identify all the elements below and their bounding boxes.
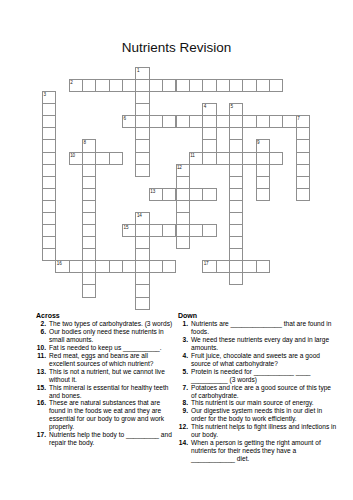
grid-cell[interactable]: 6 xyxy=(122,115,136,128)
grid-cell[interactable] xyxy=(269,115,283,128)
clue-number: 9. xyxy=(178,407,188,415)
grid-cell[interactable] xyxy=(216,260,230,273)
grid-cell[interactable] xyxy=(42,248,56,261)
down-clue-list: 1.Nutrients are ______________ that are … xyxy=(178,320,338,462)
clue-number: 4. xyxy=(178,352,188,360)
cell-number: 13 xyxy=(150,189,155,194)
grid-cell[interactable] xyxy=(176,115,190,128)
clue-item: 10.Fat is needed to keep us __________. xyxy=(36,344,174,352)
across-clues: Across 2.The two types of carbohydrates.… xyxy=(36,312,174,447)
clue-text: We need these nutrients every day and in… xyxy=(188,336,338,352)
grid-cell[interactable] xyxy=(69,260,83,273)
grid-cell[interactable] xyxy=(122,79,136,92)
clue-text: Nutrients are ______________ that are fo… xyxy=(188,320,338,336)
clue-item: 11.Red meat, eggs and beans are all exce… xyxy=(36,352,174,368)
grid-cell[interactable]: 11 xyxy=(189,152,203,165)
page-title: Nutrients Revision xyxy=(0,40,353,55)
clue-number: 15. xyxy=(36,384,46,392)
clue-text: These are natural substances that are fo… xyxy=(46,399,174,431)
grid-cell[interactable] xyxy=(95,79,109,92)
grid-cell[interactable] xyxy=(216,79,230,92)
grid-cell[interactable] xyxy=(109,152,123,165)
grid-cell[interactable] xyxy=(189,224,203,237)
clue-item: 5.Protein is needed for ___________ ____… xyxy=(178,368,338,384)
grid-cell[interactable] xyxy=(95,260,109,273)
grid-cell[interactable] xyxy=(162,260,176,273)
clue-text: This nutrient is our main source of ener… xyxy=(188,399,314,407)
grid-cell[interactable] xyxy=(242,152,256,165)
clue-number: 8. xyxy=(178,399,188,407)
clue-item: 12.This nutrient helps to fight illness … xyxy=(178,423,338,439)
grid-cell[interactable] xyxy=(162,224,176,237)
clue-text: Nutrients help the body to _________ and… xyxy=(46,431,174,447)
clue-text: When a person is getting the right amoun… xyxy=(188,439,338,463)
grid-cell[interactable] xyxy=(162,188,176,201)
grid-cell[interactable] xyxy=(162,115,176,128)
grid-cell[interactable] xyxy=(82,284,96,297)
clue-number: 17. xyxy=(36,431,46,439)
clue-text: Fat is needed to keep us __________. xyxy=(46,344,162,352)
grid-cell[interactable]: 10 xyxy=(69,152,83,165)
across-clue-list: 2.The two types of carbohydrates. (3 wor… xyxy=(36,320,174,447)
clue-number: 7. xyxy=(178,384,188,392)
down-header: Down xyxy=(178,312,338,320)
grid-cell[interactable] xyxy=(256,188,270,201)
grid-cell[interactable] xyxy=(122,260,136,273)
clue-item: 9.Our digestive system needs this in our… xyxy=(178,407,338,423)
clue-number: 14. xyxy=(178,439,188,447)
clue-item: 6.Our bodies only need these nutrients i… xyxy=(36,328,174,344)
cell-number: 3 xyxy=(44,92,46,97)
grid-cell[interactable] xyxy=(135,297,149,310)
grid-cell[interactable] xyxy=(189,188,203,201)
clue-text: The two types of carbohydrates. (3 words… xyxy=(46,320,172,328)
grid-cell[interactable] xyxy=(242,79,256,92)
crossword-page: { "game": "crossword", "title": "Nutrien… xyxy=(0,0,353,500)
cell-number: 6 xyxy=(124,116,126,121)
grid-cell[interactable] xyxy=(202,79,216,92)
cell-number: 2 xyxy=(70,80,72,85)
cell-number: 4 xyxy=(204,104,206,109)
grid-cell[interactable] xyxy=(282,115,296,128)
clue-item: 8.This nutrient is our main source of en… xyxy=(178,399,338,407)
grid-cell[interactable]: 15 xyxy=(122,224,136,237)
grid-cell[interactable] xyxy=(242,115,256,128)
grid-cell[interactable] xyxy=(202,224,216,237)
grid-cell[interactable] xyxy=(149,79,163,92)
clue-text: Potatoes and rice are a good source of t… xyxy=(188,384,338,400)
clue-number: 5. xyxy=(178,368,188,376)
clue-text: Fruit juice, chocolate and sweets are a … xyxy=(188,352,338,368)
grid-cell[interactable] xyxy=(202,152,216,165)
clue-item: 13.This is not a nutrient, but we cannot… xyxy=(36,368,174,384)
clue-text: This nutrient helps to fight illness and… xyxy=(188,423,338,439)
down-clues: Down 1.Nutrients are ______________ that… xyxy=(178,312,338,463)
grid-cell[interactable] xyxy=(229,272,243,285)
cell-number: 9 xyxy=(257,140,259,145)
cell-number: 11 xyxy=(190,153,194,158)
clue-number: 13. xyxy=(36,368,46,376)
grid-cell[interactable] xyxy=(256,115,270,128)
cell-number: 10 xyxy=(70,153,75,158)
grid-cell[interactable] xyxy=(216,115,230,128)
cell-number: 8 xyxy=(84,140,86,145)
clue-text: This mineral is essential for healthy te… xyxy=(46,384,174,400)
grid-cell[interactable] xyxy=(82,79,96,92)
cell-number: 16 xyxy=(57,261,62,266)
clue-number: 10. xyxy=(36,344,46,352)
grid-cell[interactable] xyxy=(216,152,230,165)
grid-cell[interactable] xyxy=(162,79,176,92)
grid-cell[interactable] xyxy=(109,260,123,273)
grid-cell[interactable] xyxy=(242,260,256,273)
grid-cell[interactable]: 2 xyxy=(69,79,83,92)
clue-number: 1. xyxy=(178,320,188,328)
cell-number: 1 xyxy=(137,68,139,73)
cell-number: 17 xyxy=(204,261,209,266)
clue-item: 3.We need these nutrients every day and … xyxy=(178,336,338,352)
grid-cell[interactable] xyxy=(109,79,123,92)
clue-item: 7.Potatoes and rice are a good source of… xyxy=(178,384,338,400)
grid-cell[interactable] xyxy=(149,115,163,128)
grid-cell[interactable] xyxy=(95,152,109,165)
clue-text: Our digestive system needs this in our d… xyxy=(188,407,338,423)
clue-item: 14.When a person is getting the right am… xyxy=(178,439,338,463)
cell-number: 12 xyxy=(177,165,182,170)
cell-number: 5 xyxy=(230,104,232,109)
clue-text: This is not a nutrient, but we cannot li… xyxy=(46,368,174,384)
grid-cell[interactable] xyxy=(269,152,283,165)
grid-cell[interactable] xyxy=(189,79,203,92)
clue-number: 3. xyxy=(178,336,188,344)
grid-cell[interactable] xyxy=(176,79,190,92)
grid-cell[interactable] xyxy=(149,224,163,237)
grid-cell[interactable] xyxy=(149,260,163,273)
clue-item: 2.The two types of carbohydrates. (3 wor… xyxy=(36,320,174,328)
clue-item: 1.Nutrients are ______________ that are … xyxy=(178,320,338,336)
across-header: Across xyxy=(36,312,174,320)
clue-number: 12. xyxy=(178,423,188,431)
clue-text: Protein is needed for ___________ ____ _… xyxy=(188,368,338,384)
grid-cell[interactable] xyxy=(189,115,203,128)
clue-text: Red meat, eggs and beans are all excelle… xyxy=(46,352,174,368)
cell-number: 15 xyxy=(124,225,129,230)
cell-number: 7 xyxy=(297,116,299,121)
clue-item: 16.These are natural substances that are… xyxy=(36,399,174,431)
grid-cell[interactable] xyxy=(256,260,270,273)
grid-cell[interactable]: 16 xyxy=(55,260,69,273)
clue-item: 15.This mineral is essential for healthy… xyxy=(36,384,174,400)
grid-cell[interactable] xyxy=(229,79,243,92)
clue-number: 11. xyxy=(36,352,46,360)
grid-cell[interactable] xyxy=(256,79,270,92)
grid-cell[interactable]: 17 xyxy=(202,260,216,273)
grid-cell[interactable] xyxy=(202,188,216,201)
grid-cell[interactable] xyxy=(135,164,149,177)
grid-cell[interactable] xyxy=(269,79,283,92)
grid-cell[interactable]: 13 xyxy=(149,188,163,201)
clue-item: 4.Fruit juice, chocolate and sweets are … xyxy=(178,352,338,368)
clue-number: 6. xyxy=(36,328,46,336)
clue-number: 2. xyxy=(36,320,46,328)
grid-cell[interactable] xyxy=(296,188,310,201)
grid-cell[interactable] xyxy=(176,236,190,249)
clue-item: 17.Nutrients help the body to _________ … xyxy=(36,431,174,447)
clue-number: 16. xyxy=(36,399,46,407)
clue-text: Our bodies only need these nutrients in … xyxy=(46,328,174,344)
cell-number: 14 xyxy=(137,213,142,218)
